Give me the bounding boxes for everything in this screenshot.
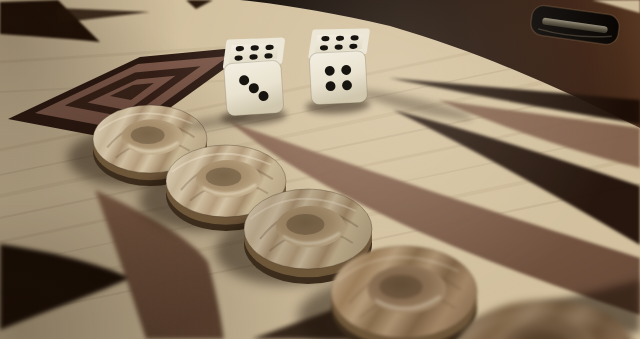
die-front-face bbox=[309, 51, 368, 105]
board-canvas bbox=[0, 0, 640, 339]
checker-shade bbox=[244, 189, 372, 269]
checker-dish-core bbox=[206, 168, 242, 187]
checker-shade bbox=[331, 246, 477, 338]
checker-dish-core bbox=[131, 126, 165, 144]
backgammon-photo-scene bbox=[0, 0, 640, 339]
